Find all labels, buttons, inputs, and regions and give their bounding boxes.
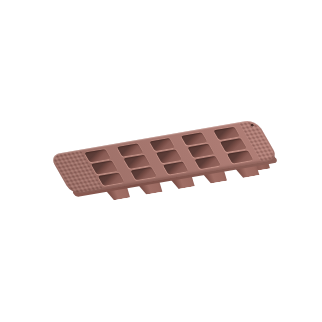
cavity <box>181 132 207 145</box>
mold-tray-top <box>49 119 279 195</box>
product-photo <box>0 0 322 322</box>
cavity <box>149 138 175 151</box>
cavity <box>213 126 239 139</box>
cavity <box>156 150 182 163</box>
cavity <box>130 167 156 180</box>
cavity <box>98 173 124 186</box>
cavity <box>220 138 246 151</box>
cavity <box>91 161 117 174</box>
cavity-grid <box>84 126 253 186</box>
chocolate-mold <box>49 119 279 195</box>
cavity <box>227 150 253 163</box>
cavity <box>117 143 143 156</box>
cavity <box>188 144 214 157</box>
cavity <box>195 156 221 169</box>
cavity <box>163 162 189 175</box>
cavity <box>84 149 110 162</box>
cavity <box>123 155 149 168</box>
